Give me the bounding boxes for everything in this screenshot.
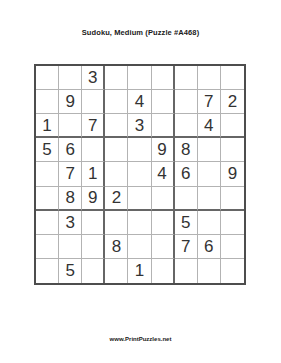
cell-r9c2: 5 (59, 259, 82, 283)
cell-r2c5: 4 (128, 90, 151, 114)
cell-r5c3: 1 (82, 162, 105, 186)
cell-r7c2: 3 (59, 211, 82, 235)
cell-r6c3: 9 (82, 187, 105, 211)
cell-r6c4: 2 (105, 187, 128, 211)
cell-r8c9 (221, 235, 244, 259)
cell-r1c6 (152, 66, 175, 90)
cell-r4c3 (82, 138, 105, 162)
puzzle-page: Sudoku, Medium (Puzzle #A468) 3947217345… (0, 0, 281, 363)
cell-r3c9 (221, 114, 244, 138)
cell-r8c8: 6 (198, 235, 221, 259)
cell-r7c1 (36, 211, 59, 235)
cell-r9c9 (221, 259, 244, 283)
cell-r4c8 (198, 138, 221, 162)
cell-r1c1 (36, 66, 59, 90)
cell-r2c4 (105, 90, 128, 114)
cell-r9c6 (152, 259, 175, 283)
cell-r5c8 (198, 162, 221, 186)
cell-r8c7: 7 (175, 235, 198, 259)
cell-r4c1: 5 (36, 138, 59, 162)
cell-r1c8 (198, 66, 221, 90)
cell-r7c4 (105, 211, 128, 235)
cell-r6c7 (175, 187, 198, 211)
cell-r4c6: 9 (152, 138, 175, 162)
cell-r3c3: 7 (82, 114, 105, 138)
cell-r2c3 (82, 90, 105, 114)
cell-r3c5: 3 (128, 114, 151, 138)
cell-r6c8 (198, 187, 221, 211)
cell-r8c5 (128, 235, 151, 259)
cell-r2c9: 2 (221, 90, 244, 114)
cell-r2c2: 9 (59, 90, 82, 114)
cell-r9c3 (82, 259, 105, 283)
cell-r8c1 (36, 235, 59, 259)
puzzle-title: Sudoku, Medium (Puzzle #A468) (0, 28, 281, 37)
cell-r5c4 (105, 162, 128, 186)
cell-r5c1 (36, 162, 59, 186)
cell-r1c2 (59, 66, 82, 90)
cell-r6c9 (221, 187, 244, 211)
cell-r7c6 (152, 211, 175, 235)
sudoku-grid: 3947217345698714698923587651 (34, 64, 246, 285)
cell-r3c2 (59, 114, 82, 138)
cell-r7c9 (221, 211, 244, 235)
cell-r9c7 (175, 259, 198, 283)
cell-r5c9: 9 (221, 162, 244, 186)
cell-r9c4 (105, 259, 128, 283)
cell-r5c7: 6 (175, 162, 198, 186)
cell-r4c4 (105, 138, 128, 162)
cell-r6c1 (36, 187, 59, 211)
cell-r8c4: 8 (105, 235, 128, 259)
cell-r3c1: 1 (36, 114, 59, 138)
cell-r9c1 (36, 259, 59, 283)
footer-url: www.PrintPuzzles.net (0, 336, 281, 342)
cell-r7c7: 5 (175, 211, 198, 235)
cell-r4c2: 6 (59, 138, 82, 162)
cell-r6c5 (128, 187, 151, 211)
cell-r9c8 (198, 259, 221, 283)
cell-r8c6 (152, 235, 175, 259)
cell-r4c5 (128, 138, 151, 162)
cell-r8c3 (82, 235, 105, 259)
cell-r5c6: 4 (152, 162, 175, 186)
cell-r1c5 (128, 66, 151, 90)
cell-r3c7 (175, 114, 198, 138)
cell-r1c7 (175, 66, 198, 90)
cell-r7c5 (128, 211, 151, 235)
cell-r9c5: 1 (128, 259, 151, 283)
cell-r3c8: 4 (198, 114, 221, 138)
cell-r3c4 (105, 114, 128, 138)
cell-r1c4 (105, 66, 128, 90)
cell-r1c3: 3 (82, 66, 105, 90)
cell-r7c8 (198, 211, 221, 235)
cell-r2c8: 7 (198, 90, 221, 114)
cell-r4c7: 8 (175, 138, 198, 162)
cell-r8c2 (59, 235, 82, 259)
cell-r2c1 (36, 90, 59, 114)
cell-r6c6 (152, 187, 175, 211)
cell-r6c2: 8 (59, 187, 82, 211)
cell-r7c3 (82, 211, 105, 235)
cell-r2c7 (175, 90, 198, 114)
cell-r5c2: 7 (59, 162, 82, 186)
cell-r1c9 (221, 66, 244, 90)
cell-r3c6 (152, 114, 175, 138)
cell-r2c6 (152, 90, 175, 114)
cell-r4c9 (221, 138, 244, 162)
cell-r5c5 (128, 162, 151, 186)
